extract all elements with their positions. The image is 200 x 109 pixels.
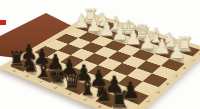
file-label: b bbox=[24, 75, 30, 78]
rank-label: 5 bbox=[173, 75, 178, 78]
rank-label: 4 bbox=[164, 83, 169, 86]
rank-label: 8 bbox=[198, 53, 200, 56]
rank-label: 2 bbox=[145, 100, 151, 104]
file-label: e bbox=[67, 92, 73, 95]
rank-label: 3 bbox=[155, 91, 160, 94]
file-label: d bbox=[52, 86, 58, 89]
piece-shadow bbox=[113, 105, 131, 109]
chess-set-photo: ♜♞♝♚♛♝♞♜♟♟♟♟♟♟♟♟♟♟♟♟♟♟♟♟♜♞♝♚♛♝♞♜ abcdefg… bbox=[0, 0, 200, 109]
file-label: a bbox=[11, 70, 16, 73]
file-label: f bbox=[82, 99, 87, 102]
piece-shadow bbox=[52, 80, 69, 88]
rank-label: 6 bbox=[182, 67, 187, 70]
red-tag-icon bbox=[0, 20, 6, 25]
rank-label: 7 bbox=[190, 60, 195, 63]
file-label: g bbox=[97, 105, 103, 109]
file-label: c bbox=[38, 81, 43, 84]
board-square bbox=[94, 47, 117, 58]
piece-shadow bbox=[156, 52, 172, 59]
